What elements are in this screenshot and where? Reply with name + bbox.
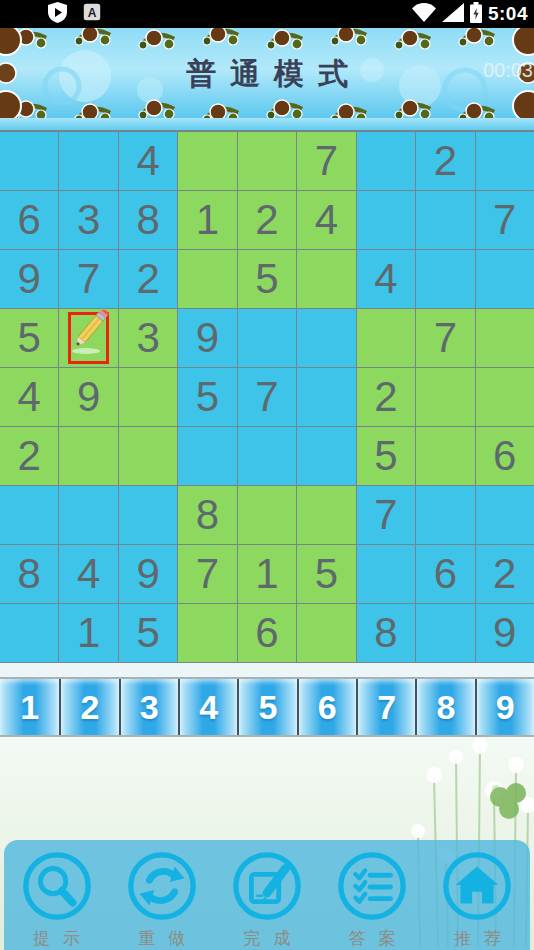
status-time: 5:04 <box>488 3 528 25</box>
sudoku-cell-r5c9[interactable] <box>476 368 534 426</box>
sudoku-cell-r7c8[interactable] <box>416 486 474 544</box>
shield-play-icon <box>48 2 67 27</box>
sudoku-cell-r5c1[interactable]: 4 <box>0 368 58 426</box>
banner-gap <box>0 118 534 130</box>
numpad: 123456789 <box>0 677 534 737</box>
wifi-icon <box>412 3 436 26</box>
sudoku-cell-r7c5[interactable] <box>238 486 296 544</box>
app-screen: A 5:04 <box>0 0 534 950</box>
numpad-button-9[interactable]: 9 <box>475 679 534 735</box>
sudoku-cell-r4c3[interactable]: 3 <box>119 309 177 367</box>
sudoku-cell-r5c4[interactable]: 5 <box>178 368 236 426</box>
sudoku-cell-r9c4[interactable] <box>178 604 236 662</box>
search-icon <box>20 849 94 923</box>
toolbar-item-home[interactable]: 推荐 <box>425 840 530 950</box>
numpad-button-2[interactable]: 2 <box>59 679 118 735</box>
sudoku-cell-r4c8[interactable]: 7 <box>416 309 474 367</box>
toolbar-item-checklist[interactable]: 答案 <box>320 840 425 950</box>
toolbar-label: 答案 <box>336 927 409 950</box>
sudoku-cell-r3c9[interactable] <box>476 250 534 308</box>
sudoku-cell-r2c7[interactable] <box>357 191 415 249</box>
status-bar: A 5:04 <box>0 0 534 28</box>
sudoku-cell-r3c6[interactable] <box>297 250 355 308</box>
toolbar-label: 重做 <box>125 927 198 950</box>
sudoku-cell-r1c2[interactable] <box>59 132 117 190</box>
numpad-button-8[interactable]: 8 <box>415 679 474 735</box>
sudoku-cell-r5c6[interactable] <box>297 368 355 426</box>
sudoku-cell-r6c2[interactable] <box>59 427 117 485</box>
sudoku-cell-r3c5[interactable]: 5 <box>238 250 296 308</box>
home-icon <box>440 849 514 923</box>
sudoku-cell-r4c1[interactable]: 5 <box>0 309 58 367</box>
bottom-toolbar: 提示重做完成答案推荐 <box>4 840 530 950</box>
toolbar-label: 推荐 <box>441 927 514 950</box>
numpad-button-7[interactable]: 7 <box>356 679 415 735</box>
sudoku-cell-r1c3[interactable]: 4 <box>119 132 177 190</box>
svg-text:A: A <box>88 6 97 20</box>
sudoku-cell-r5c5[interactable]: 7 <box>238 368 296 426</box>
redo-icon <box>125 849 199 923</box>
sudoku-board: 4726381247972545397495722568784971562156… <box>0 130 534 663</box>
sudoku-cell-r7c9[interactable] <box>476 486 534 544</box>
sudoku-cell-r6c8[interactable] <box>416 427 474 485</box>
sudoku-cell-r3c8[interactable] <box>416 250 474 308</box>
sudoku-cell-r5c2[interactable]: 9 <box>59 368 117 426</box>
sudoku-cell-r8c5[interactable]: 1 <box>238 545 296 603</box>
sudoku-cell-r6c1[interactable]: 2 <box>0 427 58 485</box>
toolbar-label: 完成 <box>231 927 304 950</box>
sudoku-cell-r1c7[interactable] <box>357 132 415 190</box>
sudoku-cell-r9c8[interactable] <box>416 604 474 662</box>
sudoku-cell-r5c3[interactable] <box>119 368 177 426</box>
numpad-button-6[interactable]: 6 <box>297 679 356 735</box>
sudoku-cell-r3c3[interactable]: 2 <box>119 250 177 308</box>
sudoku-cell-r5c8[interactable] <box>416 368 474 426</box>
sudoku-cell-r3c4[interactable] <box>178 250 236 308</box>
sudoku-cell-r4c9[interactable] <box>476 309 534 367</box>
sudoku-cell-r9c3[interactable]: 5 <box>119 604 177 662</box>
sudoku-cell-r7c3[interactable] <box>119 486 177 544</box>
sudoku-cell-r4c6[interactable] <box>297 309 355 367</box>
numpad-button-1[interactable]: 1 <box>0 679 59 735</box>
sudoku-cell-r7c4[interactable]: 8 <box>178 486 236 544</box>
sudoku-cell-r7c1[interactable] <box>0 486 58 544</box>
pencil-icon <box>69 310 109 366</box>
sudoku-cell-r1c4[interactable] <box>178 132 236 190</box>
battery-charging-icon <box>470 2 482 27</box>
sudoku-cell-r7c2[interactable] <box>59 486 117 544</box>
sudoku-cell-r9c9[interactable]: 9 <box>476 604 534 662</box>
sudoku-cell-r6c5[interactable] <box>238 427 296 485</box>
edit-icon <box>230 849 304 923</box>
sudoku-cell-r1c5[interactable] <box>238 132 296 190</box>
sudoku-cell-r4c4[interactable]: 9 <box>178 309 236 367</box>
selected-cell-highlight <box>68 312 108 364</box>
sudoku-cell-r8c8[interactable]: 6 <box>416 545 474 603</box>
toolbar-item-redo[interactable]: 重做 <box>109 840 214 950</box>
board-numpad-gap <box>0 663 534 677</box>
sudoku-cell-r8c6[interactable]: 5 <box>297 545 355 603</box>
sudoku-cell-r6c6[interactable] <box>297 427 355 485</box>
sudoku-cell-r4c7[interactable] <box>357 309 415 367</box>
sudoku-cell-r8c2[interactable]: 4 <box>59 545 117 603</box>
sudoku-cell-r1c8[interactable]: 2 <box>416 132 474 190</box>
sudoku-cell-r9c1[interactable] <box>0 604 58 662</box>
numpad-button-5[interactable]: 5 <box>237 679 296 735</box>
letter-a-icon: A <box>83 3 101 25</box>
sudoku-cell-r2c6[interactable]: 4 <box>297 191 355 249</box>
sudoku-cell-r6c7[interactable]: 5 <box>357 427 415 485</box>
sudoku-cell-r2c4[interactable]: 1 <box>178 191 236 249</box>
sudoku-cell-r7c7[interactable]: 7 <box>357 486 415 544</box>
cellular-signal-icon <box>442 3 464 26</box>
sudoku-cell-r5c7[interactable]: 2 <box>357 368 415 426</box>
title-banner: 普通模式 00:03 <box>0 28 534 118</box>
sudoku-cell-r3c2[interactable]: 7 <box>59 250 117 308</box>
game-timer: 00:03 <box>483 59 533 82</box>
sudoku-cell-r1c6[interactable]: 7 <box>297 132 355 190</box>
checklist-icon <box>335 849 409 923</box>
sudoku-cell-r8c3[interactable]: 9 <box>119 545 177 603</box>
toolbar-label: 提示 <box>20 927 93 950</box>
sudoku-cell-r9c2[interactable]: 1 <box>59 604 117 662</box>
page-title: 普通模式 <box>0 54 534 95</box>
sudoku-cell-r1c1[interactable] <box>0 132 58 190</box>
sudoku-cell-r1c9[interactable] <box>476 132 534 190</box>
numpad-button-4[interactable]: 4 <box>178 679 237 735</box>
sudoku-cell-r3c7[interactable]: 4 <box>357 250 415 308</box>
sudoku-cell-r2c1[interactable]: 6 <box>0 191 58 249</box>
sudoku-cell-r9c6[interactable] <box>297 604 355 662</box>
sudoku-cell-r8c4[interactable]: 7 <box>178 545 236 603</box>
toolbar-item-edit[interactable]: 完成 <box>214 840 319 950</box>
sudoku-cell-r2c8[interactable] <box>416 191 474 249</box>
numpad-button-3[interactable]: 3 <box>119 679 178 735</box>
sudoku-cell-r2c5[interactable]: 2 <box>238 191 296 249</box>
sudoku-cell-r3c1[interactable]: 9 <box>0 250 58 308</box>
sudoku-cell-r2c9[interactable]: 7 <box>476 191 534 249</box>
sudoku-cell-r9c5[interactable]: 6 <box>238 604 296 662</box>
lower-area: 提示重做完成答案推荐 <box>0 737 534 950</box>
sudoku-cell-r9c7[interactable]: 8 <box>357 604 415 662</box>
toolbar-item-search[interactable]: 提示 <box>4 840 109 950</box>
sudoku-cell-r8c7[interactable] <box>357 545 415 603</box>
sudoku-cell-r8c9[interactable]: 2 <box>476 545 534 603</box>
sudoku-cell-r8c1[interactable]: 8 <box>0 545 58 603</box>
sudoku-cell-r2c3[interactable]: 8 <box>119 191 177 249</box>
sudoku-cell-r4c5[interactable] <box>238 309 296 367</box>
sudoku-cell-r4c2[interactable] <box>59 309 117 367</box>
sudoku-cell-r6c3[interactable] <box>119 427 177 485</box>
sudoku-cell-r6c4[interactable] <box>178 427 236 485</box>
sudoku-cell-r2c2[interactable]: 3 <box>59 191 117 249</box>
sudoku-cell-r6c9[interactable]: 6 <box>476 427 534 485</box>
sudoku-cell-r7c6[interactable] <box>297 486 355 544</box>
